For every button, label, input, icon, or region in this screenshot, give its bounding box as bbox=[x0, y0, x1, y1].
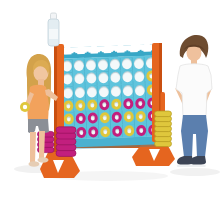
water-bottle bbox=[48, 13, 59, 46]
girl-right-leg bbox=[39, 131, 45, 158]
right-peg-yellow-stack bbox=[155, 111, 172, 147]
spare-magenta-ring bbox=[56, 138, 76, 144]
girl-left-leg bbox=[30, 132, 36, 162]
held-yellow-ring-hole bbox=[23, 105, 27, 109]
boy-right-shoe bbox=[190, 156, 206, 165]
bottle-label bbox=[49, 29, 58, 39]
boy-tshirt bbox=[176, 64, 212, 117]
spare-yellow-ring bbox=[155, 111, 172, 117]
boy-right-sole bbox=[190, 165, 206, 167]
boy-jeans bbox=[181, 115, 208, 157]
girl-left-shoe bbox=[29, 161, 40, 167]
girl-shorts bbox=[28, 119, 49, 133]
spare-magenta-ring bbox=[56, 133, 76, 139]
girl-right-shoe bbox=[38, 157, 49, 163]
scene-foreground bbox=[0, 0, 220, 220]
spare-magenta-ring bbox=[56, 127, 76, 133]
boy bbox=[175, 35, 212, 167]
left-base-magenta-stack bbox=[56, 127, 76, 157]
spare-magenta-ring bbox=[56, 150, 76, 156]
spare-magenta-ring bbox=[56, 144, 76, 150]
product-photo-stage bbox=[0, 0, 220, 220]
